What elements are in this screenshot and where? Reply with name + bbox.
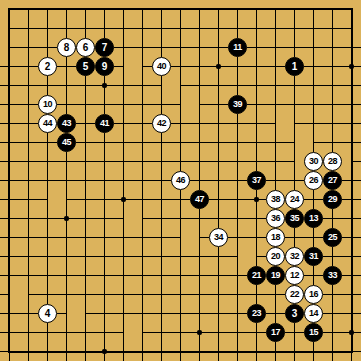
stone-white-38: 38: [266, 190, 285, 209]
stone-black-37: 37: [247, 171, 266, 190]
intersection: [342, 95, 361, 114]
intersection: [266, 342, 285, 361]
intersection: [342, 76, 361, 95]
intersection: [19, 190, 38, 209]
intersection: [57, 228, 76, 247]
stone-black-1: 1: [285, 57, 304, 76]
intersection: [323, 304, 342, 323]
intersection: [228, 266, 247, 285]
intersection: [304, 57, 323, 76]
intersection: [38, 190, 57, 209]
intersection: [133, 38, 152, 57]
intersection: [266, 285, 285, 304]
stone-white-6: 6: [76, 38, 95, 57]
stone-black-3: 3: [285, 304, 304, 323]
intersection: [247, 57, 266, 76]
intersection: [247, 19, 266, 38]
intersection: [190, 285, 209, 304]
intersection: [171, 114, 190, 133]
intersection: [304, 19, 323, 38]
stone-white-16: 16: [304, 285, 323, 304]
intersection: [19, 228, 38, 247]
intersection: [57, 57, 76, 76]
intersection: [285, 323, 304, 342]
intersection: [247, 152, 266, 171]
intersection: [38, 323, 57, 342]
intersection: [342, 285, 361, 304]
intersection: [57, 19, 76, 38]
intersection: [0, 247, 19, 266]
intersection: [19, 171, 38, 190]
intersection: [95, 0, 114, 19]
intersection: [95, 95, 114, 114]
intersection: [57, 95, 76, 114]
intersection: [114, 209, 133, 228]
intersection: [0, 171, 19, 190]
stone-white-2: 2: [38, 57, 57, 76]
intersection: [133, 342, 152, 361]
intersection: [133, 190, 152, 209]
intersection: [171, 57, 190, 76]
intersection: [57, 323, 76, 342]
intersection: [247, 0, 266, 19]
intersection: [19, 95, 38, 114]
stone-black-15: 15: [304, 323, 323, 342]
intersection: [152, 304, 171, 323]
intersection: [0, 228, 19, 247]
intersection: [0, 190, 19, 209]
intersection: [209, 190, 228, 209]
intersection: [95, 247, 114, 266]
intersection: [247, 342, 266, 361]
intersection: [38, 247, 57, 266]
intersection: [342, 209, 361, 228]
intersection: [76, 0, 95, 19]
intersection: [228, 0, 247, 19]
intersection: [133, 95, 152, 114]
intersection: [95, 266, 114, 285]
intersection: [285, 19, 304, 38]
intersection: [76, 190, 95, 209]
intersection: [304, 266, 323, 285]
intersection: [247, 133, 266, 152]
stone-black-17: 17: [266, 323, 285, 342]
stone-white-4: 4: [38, 304, 57, 323]
intersection: [304, 342, 323, 361]
intersection: [152, 323, 171, 342]
intersection: [209, 95, 228, 114]
intersection: [76, 114, 95, 133]
stone-black-39: 39: [228, 95, 247, 114]
intersection: [0, 152, 19, 171]
intersection: [266, 57, 285, 76]
intersection: [209, 133, 228, 152]
intersection: [228, 285, 247, 304]
intersection: [190, 95, 209, 114]
intersection: [57, 342, 76, 361]
intersection: [114, 171, 133, 190]
intersection: [190, 57, 209, 76]
intersection: [114, 95, 133, 114]
intersection: [152, 247, 171, 266]
stone-white-36: 36: [266, 209, 285, 228]
intersection: [152, 266, 171, 285]
intersection: [171, 95, 190, 114]
intersection: [76, 342, 95, 361]
intersection: [57, 190, 76, 209]
intersection: [0, 95, 19, 114]
intersection: [342, 304, 361, 323]
intersection: [190, 171, 209, 190]
intersection: [304, 95, 323, 114]
intersection: [133, 323, 152, 342]
intersection: [133, 76, 152, 95]
intersection: [152, 285, 171, 304]
intersection: [133, 266, 152, 285]
intersection: [76, 304, 95, 323]
intersection: [228, 304, 247, 323]
intersection: [209, 38, 228, 57]
goban: 1234567891011121314151617181920212223242…: [0, 0, 361, 361]
intersection: [190, 152, 209, 171]
intersection: [209, 304, 228, 323]
intersection: [38, 209, 57, 228]
intersection: [342, 0, 361, 19]
stone-black-25: 25: [323, 228, 342, 247]
intersection: [190, 38, 209, 57]
intersection: [0, 38, 19, 57]
intersection: [76, 19, 95, 38]
intersection: [19, 323, 38, 342]
intersection: [95, 209, 114, 228]
intersection: [190, 209, 209, 228]
stone-black-27: 27: [323, 171, 342, 190]
intersection: [228, 152, 247, 171]
intersection: [171, 19, 190, 38]
intersection: [266, 304, 285, 323]
star-point: [247, 190, 266, 209]
intersection: [171, 152, 190, 171]
stone-black-43: 43: [57, 114, 76, 133]
intersection: [0, 285, 19, 304]
intersection: [247, 228, 266, 247]
intersection: [247, 209, 266, 228]
stone-white-32: 32: [285, 247, 304, 266]
intersection: [209, 285, 228, 304]
intersection: [342, 38, 361, 57]
intersection: [342, 152, 361, 171]
intersection: [190, 19, 209, 38]
intersection: [114, 228, 133, 247]
intersection: [342, 133, 361, 152]
intersection: [133, 228, 152, 247]
intersection: [114, 247, 133, 266]
intersection: [19, 152, 38, 171]
stone-black-29: 29: [323, 190, 342, 209]
intersection: [19, 57, 38, 76]
intersection: [19, 266, 38, 285]
intersection: [114, 152, 133, 171]
intersection: [0, 133, 19, 152]
intersection: [342, 19, 361, 38]
intersection: [133, 209, 152, 228]
intersection: [285, 95, 304, 114]
intersection: [190, 342, 209, 361]
intersection: [266, 114, 285, 133]
intersection: [209, 323, 228, 342]
stone-white-10: 10: [38, 95, 57, 114]
star-point: [209, 57, 228, 76]
intersection: [266, 152, 285, 171]
intersection: [57, 152, 76, 171]
intersection: [209, 152, 228, 171]
intersection: [266, 133, 285, 152]
intersection: [152, 19, 171, 38]
intersection: [247, 76, 266, 95]
intersection: [76, 285, 95, 304]
intersection: [57, 266, 76, 285]
intersection: [19, 76, 38, 95]
intersection: [38, 38, 57, 57]
intersection: [114, 133, 133, 152]
intersection: [190, 228, 209, 247]
intersection: [57, 0, 76, 19]
intersection: [342, 190, 361, 209]
intersection: [133, 247, 152, 266]
intersection: [266, 0, 285, 19]
stone-white-40: 40: [152, 57, 171, 76]
intersection: [152, 0, 171, 19]
intersection: [323, 133, 342, 152]
star-point: [342, 323, 361, 342]
intersection: [247, 323, 266, 342]
stone-black-13: 13: [304, 209, 323, 228]
stone-black-31: 31: [304, 247, 323, 266]
intersection: [342, 228, 361, 247]
intersection: [133, 114, 152, 133]
intersection: [19, 285, 38, 304]
intersection: [285, 342, 304, 361]
intersection: [95, 171, 114, 190]
intersection: [19, 0, 38, 19]
stone-white-44: 44: [38, 114, 57, 133]
intersection: [0, 114, 19, 133]
intersection: [19, 209, 38, 228]
intersection: [57, 304, 76, 323]
intersection: [152, 171, 171, 190]
intersection: [133, 19, 152, 38]
intersection: [266, 95, 285, 114]
intersection: [114, 266, 133, 285]
intersection: [228, 228, 247, 247]
stone-white-34: 34: [209, 228, 228, 247]
star-point: [114, 190, 133, 209]
stone-white-18: 18: [266, 228, 285, 247]
intersection: [209, 247, 228, 266]
intersection: [171, 247, 190, 266]
intersection: [19, 38, 38, 57]
intersection: [95, 304, 114, 323]
intersection: [247, 114, 266, 133]
stone-black-45: 45: [57, 133, 76, 152]
intersection: [323, 76, 342, 95]
intersection: [152, 342, 171, 361]
intersection: [304, 76, 323, 95]
intersection: [342, 171, 361, 190]
stone-white-22: 22: [285, 285, 304, 304]
intersection: [76, 76, 95, 95]
intersection: [209, 19, 228, 38]
intersection: [209, 114, 228, 133]
intersection: [76, 228, 95, 247]
intersection: [57, 171, 76, 190]
intersection: [0, 57, 19, 76]
intersection: [209, 0, 228, 19]
intersection: [0, 209, 19, 228]
intersection: [228, 247, 247, 266]
stone-black-41: 41: [95, 114, 114, 133]
intersection: [190, 266, 209, 285]
stone-white-42: 42: [152, 114, 171, 133]
intersection: [285, 38, 304, 57]
intersection: [114, 342, 133, 361]
intersection: [0, 266, 19, 285]
intersection: [247, 95, 266, 114]
intersection: [304, 38, 323, 57]
intersection: [209, 209, 228, 228]
stone-white-26: 26: [304, 171, 323, 190]
stone-white-46: 46: [171, 171, 190, 190]
intersection: [133, 152, 152, 171]
intersection: [19, 133, 38, 152]
intersection: [323, 0, 342, 19]
intersection: [304, 0, 323, 19]
intersection: [171, 76, 190, 95]
intersection: [133, 171, 152, 190]
intersection: [228, 171, 247, 190]
stone-white-8: 8: [57, 38, 76, 57]
intersection: [38, 285, 57, 304]
intersection: [95, 19, 114, 38]
intersection: [76, 247, 95, 266]
intersection: [95, 285, 114, 304]
intersection: [57, 76, 76, 95]
intersection: [38, 0, 57, 19]
intersection: [114, 38, 133, 57]
intersection: [190, 304, 209, 323]
intersection: [342, 342, 361, 361]
stone-black-19: 19: [266, 266, 285, 285]
intersection: [38, 266, 57, 285]
intersection: [0, 0, 19, 19]
stone-white-12: 12: [285, 266, 304, 285]
intersection: [209, 266, 228, 285]
intersection: [0, 342, 19, 361]
intersection: [133, 304, 152, 323]
intersection: [323, 247, 342, 266]
intersection: [285, 76, 304, 95]
intersection: [247, 247, 266, 266]
intersection: [323, 38, 342, 57]
intersection: [0, 304, 19, 323]
stone-black-11: 11: [228, 38, 247, 57]
star-point: [190, 323, 209, 342]
intersection: [38, 342, 57, 361]
intersection: [171, 209, 190, 228]
intersection: [266, 171, 285, 190]
intersection: [285, 114, 304, 133]
stone-black-23: 23: [247, 304, 266, 323]
intersection: [76, 95, 95, 114]
intersection: [114, 304, 133, 323]
intersection: [266, 38, 285, 57]
intersection: [38, 152, 57, 171]
intersection: [114, 19, 133, 38]
intersection: [152, 95, 171, 114]
star-point: [342, 57, 361, 76]
intersection: [133, 285, 152, 304]
intersection: [38, 133, 57, 152]
intersection: [57, 247, 76, 266]
intersection: [323, 323, 342, 342]
star-point: [95, 342, 114, 361]
intersection: [76, 171, 95, 190]
intersection: [38, 228, 57, 247]
intersection: [95, 152, 114, 171]
intersection: [190, 76, 209, 95]
intersection: [133, 133, 152, 152]
intersection: [304, 190, 323, 209]
stone-black-7: 7: [95, 38, 114, 57]
intersection: [171, 190, 190, 209]
stone-white-14: 14: [304, 304, 323, 323]
intersection: [19, 342, 38, 361]
intersection: [152, 38, 171, 57]
intersection: [133, 57, 152, 76]
intersection: [228, 76, 247, 95]
intersection: [209, 342, 228, 361]
stone-white-20: 20: [266, 247, 285, 266]
stone-black-9: 9: [95, 57, 114, 76]
intersection: [228, 57, 247, 76]
stone-white-24: 24: [285, 190, 304, 209]
intersection: [114, 0, 133, 19]
intersection: [19, 304, 38, 323]
intersection: [323, 95, 342, 114]
intersection: [285, 152, 304, 171]
intersection: [114, 323, 133, 342]
stone-black-33: 33: [323, 266, 342, 285]
intersection: [171, 285, 190, 304]
intersection: [228, 342, 247, 361]
intersection: [190, 0, 209, 19]
intersection: [247, 285, 266, 304]
intersection: [0, 76, 19, 95]
stone-black-5: 5: [76, 57, 95, 76]
intersection: [285, 0, 304, 19]
intersection: [152, 190, 171, 209]
intersection: [285, 228, 304, 247]
intersection: [304, 133, 323, 152]
intersection: [190, 133, 209, 152]
intersection: [133, 0, 152, 19]
intersection: [76, 152, 95, 171]
intersection: [57, 285, 76, 304]
intersection: [19, 114, 38, 133]
intersection: [171, 228, 190, 247]
intersection: [304, 114, 323, 133]
intersection: [19, 19, 38, 38]
